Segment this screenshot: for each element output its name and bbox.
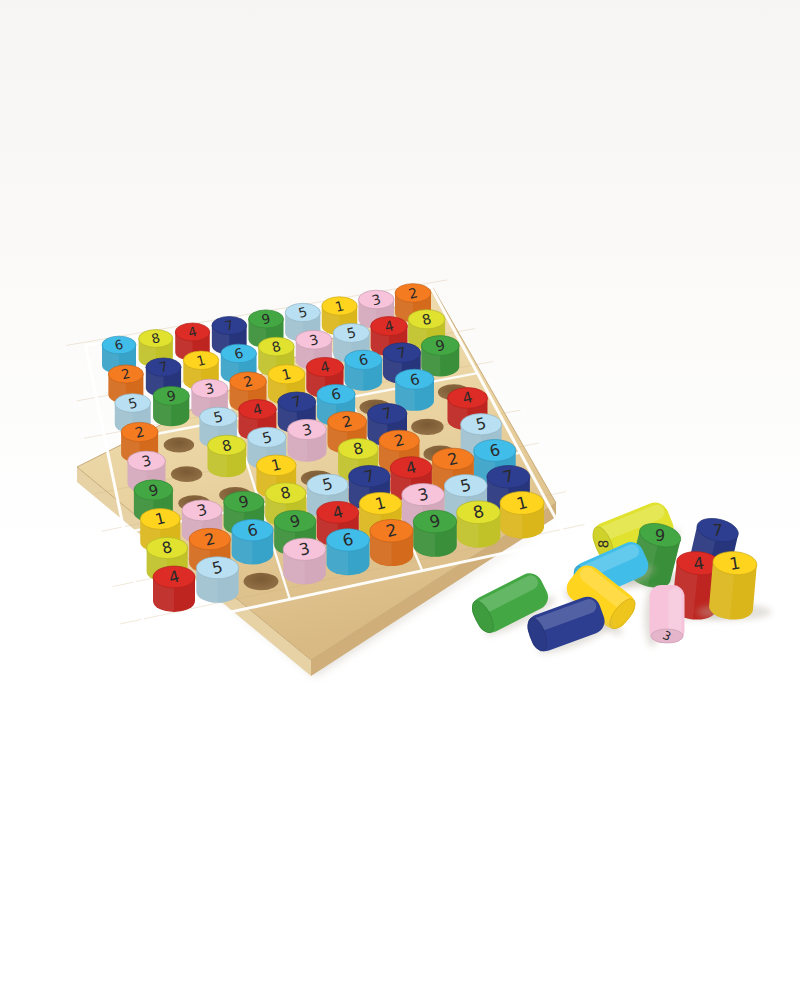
peg-r3c9-9[interactable]: 9 <box>421 336 459 377</box>
sudoku-board-photo: 2315974868453861729764123956674524723583… <box>0 0 800 1000</box>
peg-r4c8-6[interactable]: 6 <box>395 369 434 411</box>
peg-r3c2-9[interactable]: 9 <box>153 386 189 426</box>
peg-r3c7-6[interactable]: 6 <box>345 350 383 391</box>
peg-r9c5-6[interactable]: 6 <box>327 529 370 575</box>
peg-r5c3-8[interactable]: 8 <box>208 435 247 477</box>
peg-r9c4-3[interactable]: 3 <box>283 538 326 584</box>
peg-r8c3-6[interactable]: 6 <box>232 519 274 564</box>
peg-r9c8-8[interactable]: 8 <box>457 501 501 548</box>
product-photo-scene: 2315974868453861729764123956674524723583… <box>0 0 800 1000</box>
peg-digit: 9 <box>655 526 665 545</box>
peg-r5c5-3[interactable]: 3 <box>288 419 327 461</box>
hole-r5c2[interactable] <box>171 466 202 482</box>
peg-r9c6-2[interactable]: 2 <box>370 520 413 566</box>
loose-peg-3-lying[interactable]: 3 <box>650 585 685 644</box>
peg-r9c7-9[interactable]: 9 <box>413 510 457 557</box>
hole-r5c8[interactable] <box>411 419 444 435</box>
peg-digit: 7 <box>712 521 722 540</box>
hole-r4c2[interactable] <box>164 437 194 452</box>
peg-r9c2-5[interactable]: 5 <box>196 557 238 603</box>
peg-digit: 8 <box>595 539 611 548</box>
peg-r9c9-1[interactable]: 1 <box>500 492 544 539</box>
hole-r9c3[interactable] <box>244 573 279 590</box>
loose-peg-1-standing[interactable]: 1 <box>708 550 758 621</box>
peg-r9c1-4[interactable]: 4 <box>153 566 195 612</box>
